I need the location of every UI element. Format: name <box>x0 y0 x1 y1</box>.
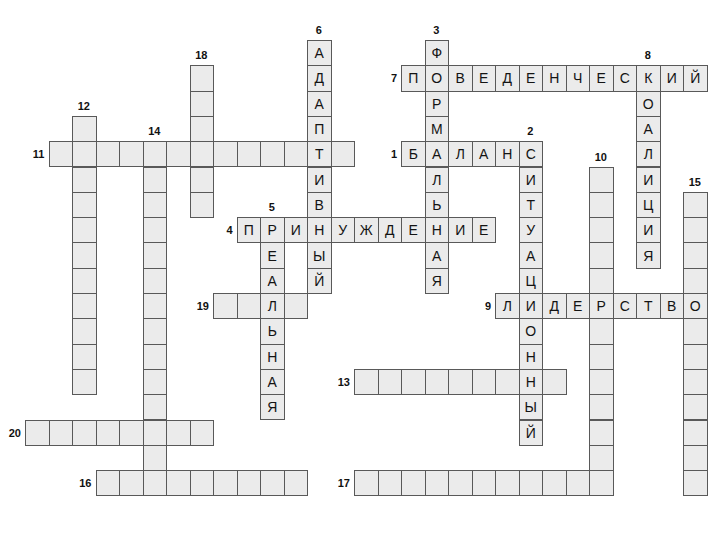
cell-r10-c27-letter-В[interactable]: В <box>660 293 685 319</box>
cell-r12-c24-empty[interactable] <box>589 344 614 370</box>
cell-r7-c2-empty[interactable] <box>72 217 97 243</box>
cell-r7-c5-empty[interactable] <box>143 217 168 243</box>
clue-number-4: 4 <box>211 224 233 236</box>
cell-r6-c28-empty[interactable] <box>683 192 708 218</box>
clue-number-18: 18 <box>190 49 214 61</box>
cell-r13-c21-letter-Н[interactable]: Н <box>519 369 544 395</box>
cell-r17-c8-empty[interactable] <box>213 470 238 496</box>
cell-r0-c17-letter-Ф[interactable]: Ф <box>425 40 450 66</box>
cell-r13-c17-empty[interactable] <box>425 369 450 395</box>
cell-r17-c15-empty[interactable] <box>378 470 403 496</box>
cell-r1-c21-letter-Е[interactable]: Е <box>519 65 544 91</box>
cell-r1-c22-letter-Н[interactable]: Н <box>542 65 567 91</box>
cell-r7-c11-letter-И[interactable]: И <box>284 217 309 243</box>
cell-r1-c7-empty[interactable] <box>190 65 215 91</box>
cell-r13-c2-empty[interactable] <box>72 369 97 395</box>
cell-r13-c15-empty[interactable] <box>378 369 403 395</box>
cell-r1-c18-letter-В[interactable]: В <box>448 65 473 91</box>
cell-r7-c14-letter-Ж[interactable]: Ж <box>354 217 379 243</box>
cell-r8-c28-empty[interactable] <box>683 242 708 268</box>
cell-r6-c21-letter-Т[interactable]: Т <box>519 192 544 218</box>
cell-r17-c14-empty[interactable] <box>354 470 379 496</box>
cell-r5-c5-empty[interactable] <box>143 167 168 193</box>
cell-r6-c7-empty[interactable] <box>190 192 215 218</box>
cell-r11-c28-empty[interactable] <box>683 318 708 344</box>
cell-r13-c10-letter-А[interactable]: А <box>260 369 285 395</box>
clue-number-11: 11 <box>23 148 45 160</box>
cell-r17-c4-empty[interactable] <box>119 470 144 496</box>
cell-r16-c24-empty[interactable] <box>589 445 614 471</box>
cell-r10-c23-letter-Е[interactable]: Е <box>566 293 591 319</box>
cell-r15-c24-empty[interactable] <box>589 420 614 446</box>
cell-r8-c26-letter-Я[interactable]: Я <box>636 242 661 268</box>
cell-r11-c10-letter-Ь[interactable]: Ь <box>260 318 285 344</box>
cell-r5-c21-letter-И[interactable]: И <box>519 167 544 193</box>
cell-r14-c28-empty[interactable] <box>683 394 708 420</box>
cell-r4-c10-empty[interactable] <box>260 141 285 167</box>
cell-r7-c28-empty[interactable] <box>683 217 708 243</box>
cell-r5-c7-empty[interactable] <box>190 167 215 193</box>
cell-r8-c12-letter-Ы[interactable]: Ы <box>307 242 332 268</box>
cell-r5-c24-empty[interactable] <box>589 167 614 193</box>
cell-r8-c2-empty[interactable] <box>72 242 97 268</box>
cell-r15-c1-empty[interactable] <box>49 420 74 446</box>
cell-r10-c9-empty[interactable] <box>237 293 262 319</box>
cell-r10-c28-letter-О[interactable]: О <box>683 293 708 319</box>
cell-r15-c0-empty[interactable] <box>25 420 50 446</box>
cell-r2-c7-empty[interactable] <box>190 91 215 117</box>
cell-r6-c5-empty[interactable] <box>143 192 168 218</box>
cell-r1-c12-letter-Д[interactable]: Д <box>307 65 332 91</box>
cell-r9-c17-letter-Я[interactable]: Я <box>425 268 450 294</box>
cell-r4-c11-empty[interactable] <box>284 141 309 167</box>
cell-r13-c20-empty[interactable] <box>495 369 520 395</box>
cell-r7-c24-empty[interactable] <box>589 217 614 243</box>
cell-r2-c26-letter-О[interactable]: О <box>636 91 661 117</box>
clue-number-9: 9 <box>469 300 491 312</box>
cell-r13-c14-empty[interactable] <box>354 369 379 395</box>
cell-r2-c12-letter-А[interactable]: А <box>307 91 332 117</box>
cell-r8-c5-empty[interactable] <box>143 242 168 268</box>
cell-r11-c21-letter-О[interactable]: О <box>519 318 544 344</box>
cell-r9-c5-empty[interactable] <box>143 268 168 294</box>
cell-r3-c17-letter-М[interactable]: М <box>425 116 450 142</box>
cell-r17-c19-empty[interactable] <box>472 470 497 496</box>
clue-number-12: 12 <box>72 100 96 112</box>
cell-r16-c5-empty[interactable] <box>143 445 168 471</box>
cell-r13-c28-empty[interactable] <box>683 369 708 395</box>
cell-r7-c9-letter-П[interactable]: П <box>237 217 262 243</box>
cell-r1-c26-letter-К[interactable]: К <box>636 65 661 91</box>
cell-r13-c18-empty[interactable] <box>448 369 473 395</box>
cell-r14-c21-letter-Ы[interactable]: Ы <box>519 394 544 420</box>
cell-r8-c24-empty[interactable] <box>589 242 614 268</box>
cell-r4-c5-empty[interactable] <box>143 141 168 167</box>
cell-r4-c2-empty[interactable] <box>72 141 97 167</box>
clue-number-13: 13 <box>328 376 350 388</box>
clue-number-10: 10 <box>589 151 613 163</box>
cell-r4-c21-letter-С[interactable]: С <box>519 141 544 167</box>
cell-r7-c17-letter-Н[interactable]: Н <box>425 217 450 243</box>
clue-number-5: 5 <box>260 201 284 213</box>
cell-r1-c17-letter-О[interactable]: О <box>425 65 450 91</box>
cell-r14-c24-empty[interactable] <box>589 394 614 420</box>
cell-r15-c3-empty[interactable] <box>96 420 121 446</box>
cell-r3-c26-letter-А[interactable]: А <box>636 116 661 142</box>
cell-r4-c16-letter-Б[interactable]: Б <box>401 141 426 167</box>
cell-r7-c10-letter-Р[interactable]: Р <box>260 217 285 243</box>
cell-r14-c10-letter-Я[interactable]: Я <box>260 394 285 420</box>
cell-r17-c20-empty[interactable] <box>495 470 520 496</box>
cell-r6-c24-empty[interactable] <box>589 192 614 218</box>
cell-r11-c5-empty[interactable] <box>143 318 168 344</box>
cell-r9-c2-empty[interactable] <box>72 268 97 294</box>
cell-r10-c11-empty[interactable] <box>284 293 309 319</box>
cell-r10-c22-letter-Д[interactable]: Д <box>542 293 567 319</box>
clue-number-3: 3 <box>425 24 449 36</box>
cell-r1-c24-letter-Е[interactable]: Е <box>589 65 614 91</box>
cell-r17-c7-empty[interactable] <box>190 470 215 496</box>
cell-r3-c12-letter-П[interactable]: П <box>307 116 332 142</box>
cell-r7-c13-letter-У[interactable]: У <box>331 217 356 243</box>
cell-r7-c18-letter-И[interactable]: И <box>448 217 473 243</box>
cell-r17-c28-empty[interactable] <box>683 470 708 496</box>
cell-r9-c21-letter-Ц[interactable]: Ц <box>519 268 544 294</box>
clue-number-17: 17 <box>328 477 350 489</box>
cell-r4-c13-empty[interactable] <box>331 141 356 167</box>
cell-r17-c11-empty[interactable] <box>284 470 309 496</box>
cell-r15-c21-letter-Й[interactable]: Й <box>519 420 544 446</box>
cell-r13-c24-empty[interactable] <box>589 369 614 395</box>
cell-r7-c12-letter-Н[interactable]: Н <box>307 217 332 243</box>
cell-r1-c27-letter-И[interactable]: И <box>660 65 685 91</box>
cell-r10-c5-empty[interactable] <box>143 293 168 319</box>
crossword-board: 1011121314151617181920БАЛАНС1СИТУАЦИОННЫ… <box>0 0 720 540</box>
cell-r9-c12-letter-Й[interactable]: Й <box>307 268 332 294</box>
cell-r12-c10-letter-Н[interactable]: Н <box>260 344 285 370</box>
cell-r10-c21-letter-И[interactable]: И <box>519 293 544 319</box>
cell-r17-c18-empty[interactable] <box>448 470 473 496</box>
cell-r10-c20-letter-Л[interactable]: Л <box>495 293 520 319</box>
cell-r17-c10-empty[interactable] <box>260 470 285 496</box>
cell-r4-c3-empty[interactable] <box>96 141 121 167</box>
cell-r4-c1-empty[interactable] <box>49 141 74 167</box>
cell-r4-c7-empty[interactable] <box>190 141 215 167</box>
cell-r13-c5-empty[interactable] <box>143 369 168 395</box>
clue-number-16: 16 <box>70 477 92 489</box>
cell-r12-c21-letter-Н[interactable]: Н <box>519 344 544 370</box>
cell-r15-c7-empty[interactable] <box>190 420 215 446</box>
clue-number-15: 15 <box>683 176 707 188</box>
cell-r12-c5-empty[interactable] <box>143 344 168 370</box>
cell-r4-c18-letter-Л[interactable]: Л <box>448 141 473 167</box>
cell-r4-c19-letter-А[interactable]: А <box>472 141 497 167</box>
cell-r10-c8-empty[interactable] <box>213 293 238 319</box>
cell-r4-c9-empty[interactable] <box>237 141 262 167</box>
cell-r17-c24-empty[interactable] <box>589 470 614 496</box>
clue-number-1: 1 <box>375 148 397 160</box>
cell-r17-c22-empty[interactable] <box>542 470 567 496</box>
cell-r16-c28-empty[interactable] <box>683 445 708 471</box>
clue-number-7: 7 <box>375 72 397 84</box>
cell-r1-c25-letter-С[interactable]: С <box>613 65 638 91</box>
cell-r5-c26-letter-И[interactable]: И <box>636 167 661 193</box>
cell-r15-c6-empty[interactable] <box>166 420 191 446</box>
clue-number-19: 19 <box>187 300 209 312</box>
cell-r17-c5-empty[interactable] <box>143 470 168 496</box>
cell-r1-c28-letter-Й[interactable]: Й <box>683 65 708 91</box>
clue-number-20: 20 <box>0 427 21 439</box>
cell-r17-c9-empty[interactable] <box>237 470 262 496</box>
cell-r8-c21-letter-А[interactable]: А <box>519 242 544 268</box>
clue-number-6: 6 <box>307 24 331 36</box>
cell-r11-c2-empty[interactable] <box>72 318 97 344</box>
cell-r7-c16-letter-Е[interactable]: Е <box>401 217 426 243</box>
cell-r9-c10-letter-А[interactable]: А <box>260 268 285 294</box>
cell-r7-c19-letter-Е[interactable]: Е <box>472 217 497 243</box>
cell-r17-c21-empty[interactable] <box>519 470 544 496</box>
cell-r8-c10-letter-Е[interactable]: Е <box>260 242 285 268</box>
cell-r15-c5-empty[interactable] <box>143 420 168 446</box>
cell-r4-c6-empty[interactable] <box>166 141 191 167</box>
cell-r13-c19-empty[interactable] <box>472 369 497 395</box>
cell-r4-c20-letter-Н[interactable]: Н <box>495 141 520 167</box>
cell-r17-c16-empty[interactable] <box>401 470 426 496</box>
cell-r5-c2-empty[interactable] <box>72 167 97 193</box>
cell-r3-c2-empty[interactable] <box>72 116 97 142</box>
cell-r1-c20-letter-Д[interactable]: Д <box>495 65 520 91</box>
cell-r15-c2-empty[interactable] <box>72 420 97 446</box>
cell-r15-c4-empty[interactable] <box>119 420 144 446</box>
cell-r10-c2-empty[interactable] <box>72 293 97 319</box>
cell-r11-c24-empty[interactable] <box>589 318 614 344</box>
cell-r10-c10-letter-Л[interactable]: Л <box>260 293 285 319</box>
cell-r10-c25-letter-С[interactable]: С <box>613 293 638 319</box>
cell-r12-c2-empty[interactable] <box>72 344 97 370</box>
cell-r6-c12-letter-В[interactable]: В <box>307 192 332 218</box>
cell-r1-c23-letter-Ч[interactable]: Ч <box>566 65 591 91</box>
cell-r10-c26-letter-Т[interactable]: Т <box>636 293 661 319</box>
cell-r0-c12-letter-А[interactable]: А <box>307 40 332 66</box>
cell-r17-c17-empty[interactable] <box>425 470 450 496</box>
cell-r4-c17-letter-А[interactable]: А <box>425 141 450 167</box>
cell-r6-c26-letter-Ц[interactable]: Ц <box>636 192 661 218</box>
cell-r4-c12-letter-Т[interactable]: Т <box>307 141 332 167</box>
cell-r9-c28-empty[interactable] <box>683 268 708 294</box>
cell-r2-c17-letter-Р[interactable]: Р <box>425 91 450 117</box>
cell-r4-c26-letter-Л[interactable]: Л <box>636 141 661 167</box>
cell-r6-c17-letter-Ь[interactable]: Ь <box>425 192 450 218</box>
cell-r13-c16-empty[interactable] <box>401 369 426 395</box>
cell-r12-c28-empty[interactable] <box>683 344 708 370</box>
cell-r4-c4-empty[interactable] <box>119 141 144 167</box>
cell-r7-c26-letter-И[interactable]: И <box>636 217 661 243</box>
cell-r4-c8-empty[interactable] <box>213 141 238 167</box>
cell-r8-c17-letter-А[interactable]: А <box>425 242 450 268</box>
cell-r5-c12-letter-И[interactable]: И <box>307 167 332 193</box>
cell-r5-c17-letter-Л[interactable]: Л <box>425 167 450 193</box>
cell-r15-c28-empty[interactable] <box>683 420 708 446</box>
cell-r9-c24-empty[interactable] <box>589 268 614 294</box>
cell-r7-c21-letter-У[interactable]: У <box>519 217 544 243</box>
clue-number-8: 8 <box>636 49 660 61</box>
cell-r7-c15-letter-Д[interactable]: Д <box>378 217 403 243</box>
cell-r17-c6-empty[interactable] <box>166 470 191 496</box>
cell-r1-c19-letter-Е[interactable]: Е <box>472 65 497 91</box>
clue-number-14: 14 <box>143 125 167 137</box>
cell-r1-c16-letter-П[interactable]: П <box>401 65 426 91</box>
clue-number-2: 2 <box>519 125 543 137</box>
cell-r14-c5-empty[interactable] <box>143 394 168 420</box>
cell-r17-c3-empty[interactable] <box>96 470 121 496</box>
cell-r13-c22-empty[interactable] <box>542 369 567 395</box>
cell-r17-c23-empty[interactable] <box>566 470 591 496</box>
cell-r6-c2-empty[interactable] <box>72 192 97 218</box>
cell-r10-c24-letter-Р[interactable]: Р <box>589 293 614 319</box>
cell-r3-c7-empty[interactable] <box>190 116 215 142</box>
